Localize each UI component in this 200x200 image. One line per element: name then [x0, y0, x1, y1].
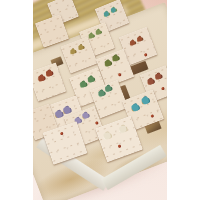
stud-earring-left	[103, 131, 112, 140]
red-accent-dot	[150, 114, 154, 118]
stud-earring-left	[98, 89, 106, 97]
stud-earring-right	[118, 125, 127, 134]
stud-earring-left	[129, 40, 135, 46]
red-accent-dot	[118, 144, 122, 148]
stud-earring-right	[81, 111, 89, 119]
red-accent-dot	[161, 87, 165, 91]
stud-earring-right	[77, 44, 83, 50]
stud-earring-right	[86, 75, 94, 83]
stud-earring-left	[54, 110, 63, 119]
stud-earring-left	[79, 80, 87, 88]
stud-earring-right	[95, 29, 101, 35]
red-accent-dot	[144, 53, 148, 57]
stud-earring-left	[147, 78, 155, 86]
stud-earring-right	[112, 54, 120, 62]
stud-earring-right	[140, 96, 149, 105]
stud-earring-left	[104, 59, 112, 67]
stud-earring-right	[104, 85, 112, 93]
stud-earring-right	[110, 7, 117, 14]
stud-earring-left	[103, 11, 110, 18]
stud-earring-left	[130, 103, 139, 112]
stud-earring-left	[69, 48, 75, 54]
red-accent-dot	[118, 73, 122, 77]
stud-earring-right	[154, 73, 162, 81]
red-accent-dot	[60, 132, 64, 136]
stud-earring-right	[136, 36, 142, 42]
image-canvas	[0, 0, 200, 200]
stud-earring-right	[45, 69, 53, 77]
stud-earring-left	[88, 33, 94, 39]
photo	[33, 0, 167, 200]
stud-earring-right	[62, 106, 71, 115]
red-accent-dot	[94, 121, 98, 125]
stud-earring-left	[37, 74, 45, 82]
earring-cards	[33, 0, 167, 200]
earring-card	[33, 62, 66, 101]
